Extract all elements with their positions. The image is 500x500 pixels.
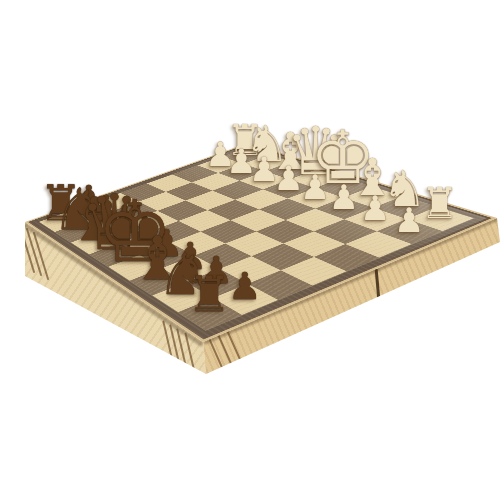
black-bishop-c8: ♝: [65, 190, 125, 250]
black-pawn-d7: ♟: [126, 212, 164, 250]
pieces-layer: ♜♞♝♛♚♝♞♜♟♟♟♟♟♟♟♟♟♟♟♟♟♟♟♟♜♞♝♛♚♝♞♜: [0, 0, 500, 500]
white-pawn-d2: ♟: [272, 162, 306, 196]
white-pawn-e2: ♟: [298, 171, 332, 205]
black-pawn-a7: ♟: [70, 181, 108, 219]
white-pawn-h2: ♟: [392, 204, 426, 238]
black-bishop-f8: ♝: [128, 229, 188, 289]
white-rook-h1: ♜: [418, 183, 460, 225]
black-rook-h8: ♜: [185, 271, 234, 320]
white-king-e1: ♚: [306, 121, 379, 194]
chess-set-photo: ♜♞♝♛♚♝♞♜♟♟♟♟♟♟♟♟♟♟♟♟♟♟♟♟♜♞♝♛♚♝♞♜ Folding…: [0, 0, 500, 500]
black-king-e8: ♚: [92, 189, 177, 274]
black-knight-g8: ♞: [154, 246, 211, 303]
white-bishop-f1: ♝: [347, 152, 398, 203]
white-pawn-g2: ♟: [358, 192, 392, 226]
black-knight-b8: ♞: [49, 181, 106, 238]
white-rook-a1: ♜: [224, 120, 266, 162]
black-pawn-e7: ♟: [148, 225, 186, 263]
white-queen-d1: ♛: [283, 119, 349, 185]
white-knight-g1: ♞: [380, 165, 430, 215]
white-pawn-a2: ♟: [203, 138, 237, 172]
white-pawn-c2: ♟: [247, 153, 281, 187]
white-bishop-c1: ♝: [265, 126, 316, 177]
white-pawn-f2: ♟: [327, 181, 361, 215]
white-pawn-b2: ♟: [225, 145, 259, 179]
black-pawn-b7: ♟: [87, 191, 125, 229]
black-pawn-g7: ♟: [198, 252, 236, 290]
black-rook-a8: ♜: [36, 180, 85, 229]
black-queen-d8: ♛: [76, 185, 153, 262]
black-pawn-c7: ♟: [106, 201, 144, 239]
black-pawn-h7: ♟: [226, 268, 264, 306]
white-knight-b1: ♞: [242, 120, 292, 170]
black-pawn-f7: ♟: [172, 238, 210, 276]
